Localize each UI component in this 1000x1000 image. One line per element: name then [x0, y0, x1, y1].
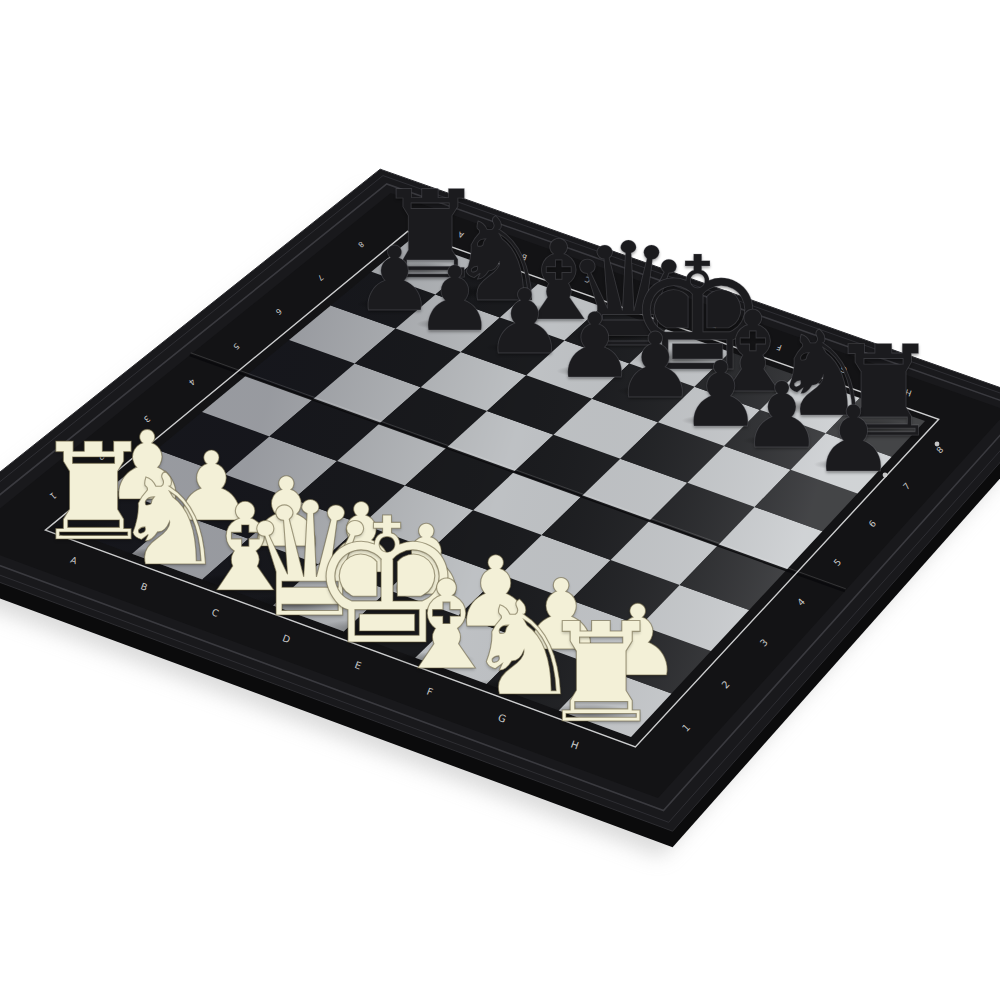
piece-black-pawn-h7: ♟ — [807, 394, 899, 486]
rook-glyph: ♜ — [532, 605, 670, 743]
pawn-glyph: ♟ — [807, 394, 899, 486]
piece-white-rook-h1: ♜ — [532, 605, 670, 743]
pieces-layer: ♜♞♝♛♚♝♞♜♟♟♟♟♟♟♟♟♟♟♟♟♟♟♟♟♜♞♝♛♚♝♞♜ — [0, 0, 1000, 1000]
chess-set-photo: AABBCCDDEEFFGGHH1122334455667788 ♜♞♝♛♚♝♞… — [0, 0, 1000, 1000]
